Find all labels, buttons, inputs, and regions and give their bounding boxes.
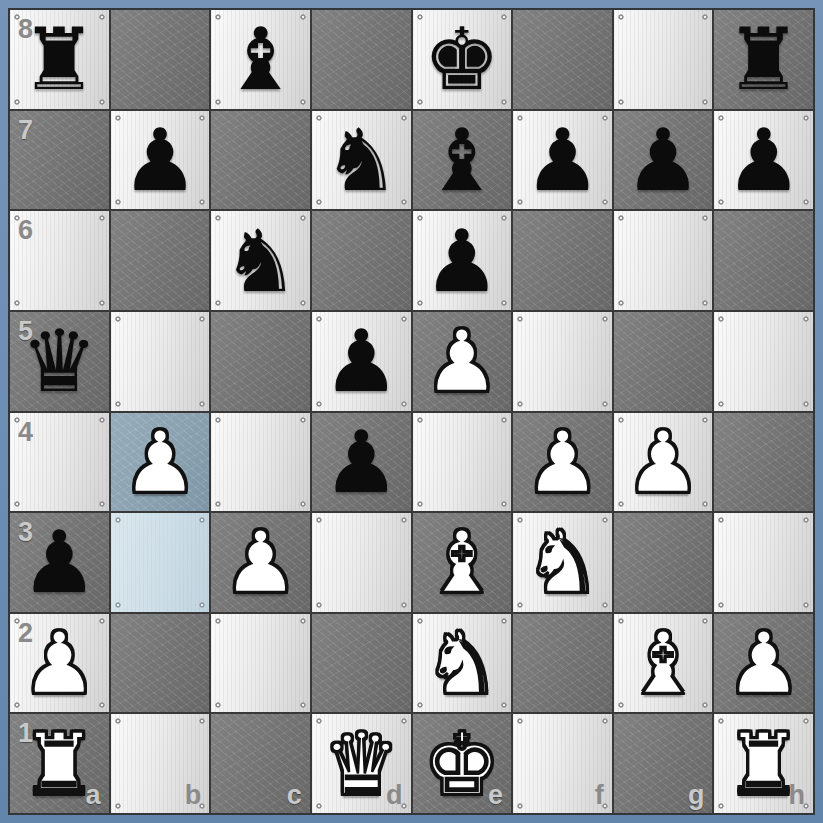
- square-c2[interactable]: [211, 614, 310, 713]
- square-g4[interactable]: ♟: [614, 413, 713, 512]
- black-pawn[interactable]: ♟: [111, 111, 210, 210]
- white-pawn[interactable]: ♟: [111, 413, 210, 512]
- square-h2[interactable]: ♟: [714, 614, 813, 713]
- square-b2[interactable]: [111, 614, 210, 713]
- square-g3[interactable]: [614, 513, 713, 612]
- square-c8[interactable]: ♝: [211, 10, 310, 109]
- square-c4[interactable]: [211, 413, 310, 512]
- white-bishop[interactable]: ♝: [614, 614, 713, 713]
- square-b3[interactable]: [111, 513, 210, 612]
- square-a6[interactable]: 6: [10, 211, 109, 310]
- square-e3[interactable]: ♝: [413, 513, 512, 612]
- rank-label-7: 7: [18, 117, 33, 144]
- square-g1[interactable]: g: [614, 714, 713, 813]
- white-pawn[interactable]: ♟: [413, 312, 512, 411]
- square-b7[interactable]: ♟: [111, 111, 210, 210]
- square-b1[interactable]: b: [111, 714, 210, 813]
- square-e2[interactable]: ♞: [413, 614, 512, 713]
- black-knight[interactable]: ♞: [312, 111, 411, 210]
- square-b5[interactable]: [111, 312, 210, 411]
- square-e6[interactable]: ♟: [413, 211, 512, 310]
- square-h4[interactable]: [714, 413, 813, 512]
- black-pawn[interactable]: ♟: [312, 413, 411, 512]
- square-d7[interactable]: ♞: [312, 111, 411, 210]
- square-b4[interactable]: ♟: [111, 413, 210, 512]
- black-bishop[interactable]: ♝: [211, 10, 310, 109]
- square-a8[interactable]: 8♜: [10, 10, 109, 109]
- square-g6[interactable]: [614, 211, 713, 310]
- black-knight[interactable]: ♞: [211, 211, 310, 310]
- square-e5[interactable]: ♟: [413, 312, 512, 411]
- square-f4[interactable]: ♟: [513, 413, 612, 512]
- black-pawn[interactable]: ♟: [413, 211, 512, 310]
- file-label-c: c: [287, 782, 302, 809]
- square-f8[interactable]: [513, 10, 612, 109]
- square-d8[interactable]: [312, 10, 411, 109]
- square-f7[interactable]: ♟: [513, 111, 612, 210]
- square-a7[interactable]: 7: [10, 111, 109, 210]
- file-label-f: f: [595, 782, 604, 809]
- white-bishop[interactable]: ♝: [413, 513, 512, 612]
- square-f3[interactable]: ♞: [513, 513, 612, 612]
- square-h6[interactable]: [714, 211, 813, 310]
- rank-label-6: 6: [18, 217, 33, 244]
- square-f1[interactable]: f: [513, 714, 612, 813]
- black-pawn[interactable]: ♟: [312, 312, 411, 411]
- white-pawn[interactable]: ♟: [614, 413, 713, 512]
- square-e1[interactable]: e♚: [413, 714, 512, 813]
- square-f2[interactable]: [513, 614, 612, 713]
- square-d1[interactable]: d♛: [312, 714, 411, 813]
- square-d5[interactable]: ♟: [312, 312, 411, 411]
- square-g5[interactable]: [614, 312, 713, 411]
- file-label-a: a: [86, 782, 101, 809]
- square-g2[interactable]: ♝: [614, 614, 713, 713]
- square-e7[interactable]: ♝: [413, 111, 512, 210]
- board-frame: 8♜♝♚♜7♟♞♝♟♟♟6♞♟5♛♟♟4♟♟♟♟3♟♟♝♞2♟♞♝♟1a♜bcd…: [0, 0, 823, 823]
- white-pawn[interactable]: ♟: [211, 513, 310, 612]
- black-rook[interactable]: ♜: [714, 10, 813, 109]
- square-h8[interactable]: ♜: [714, 10, 813, 109]
- square-a5[interactable]: 5♛: [10, 312, 109, 411]
- square-d2[interactable]: [312, 614, 411, 713]
- white-knight[interactable]: ♞: [413, 614, 512, 713]
- black-pawn[interactable]: ♟: [513, 111, 612, 210]
- white-knight[interactable]: ♞: [513, 513, 612, 612]
- square-d4[interactable]: ♟: [312, 413, 411, 512]
- file-label-e: e: [488, 782, 503, 809]
- square-h7[interactable]: ♟: [714, 111, 813, 210]
- square-b8[interactable]: [111, 10, 210, 109]
- black-bishop[interactable]: ♝: [413, 111, 512, 210]
- black-pawn[interactable]: ♟: [614, 111, 713, 210]
- square-a1[interactable]: 1a♜: [10, 714, 109, 813]
- rank-label-2: 2: [18, 620, 33, 647]
- square-h1[interactable]: h♜: [714, 714, 813, 813]
- rank-label-3: 3: [18, 519, 33, 546]
- white-pawn[interactable]: ♟: [513, 413, 612, 512]
- file-label-g: g: [688, 782, 705, 809]
- file-label-d: d: [386, 782, 403, 809]
- square-d3[interactable]: [312, 513, 411, 612]
- chess-board: 8♜♝♚♜7♟♞♝♟♟♟6♞♟5♛♟♟4♟♟♟♟3♟♟♝♞2♟♞♝♟1a♜bcd…: [8, 8, 815, 815]
- rank-label-1: 1: [18, 720, 33, 747]
- square-a4[interactable]: 4: [10, 413, 109, 512]
- black-pawn[interactable]: ♟: [714, 111, 813, 210]
- square-a3[interactable]: 3♟: [10, 513, 109, 612]
- rank-label-4: 4: [18, 419, 33, 446]
- square-f6[interactable]: [513, 211, 612, 310]
- rank-label-8: 8: [18, 16, 33, 43]
- square-f5[interactable]: [513, 312, 612, 411]
- square-c7[interactable]: [211, 111, 310, 210]
- file-label-h: h: [789, 782, 806, 809]
- square-c5[interactable]: [211, 312, 310, 411]
- white-pawn[interactable]: ♟: [714, 614, 813, 713]
- square-e8[interactable]: ♚: [413, 10, 512, 109]
- square-b6[interactable]: [111, 211, 210, 310]
- square-e4[interactable]: [413, 413, 512, 512]
- square-g8[interactable]: [614, 10, 713, 109]
- rank-label-5: 5: [18, 318, 33, 345]
- file-label-b: b: [185, 782, 202, 809]
- square-g7[interactable]: ♟: [614, 111, 713, 210]
- square-d6[interactable]: [312, 211, 411, 310]
- square-c3[interactable]: ♟: [211, 513, 310, 612]
- square-a2[interactable]: 2♟: [10, 614, 109, 713]
- square-c6[interactable]: ♞: [211, 211, 310, 310]
- black-king[interactable]: ♚: [413, 10, 512, 109]
- square-h5[interactable]: [714, 312, 813, 411]
- square-c1[interactable]: c: [211, 714, 310, 813]
- square-h3[interactable]: [714, 513, 813, 612]
